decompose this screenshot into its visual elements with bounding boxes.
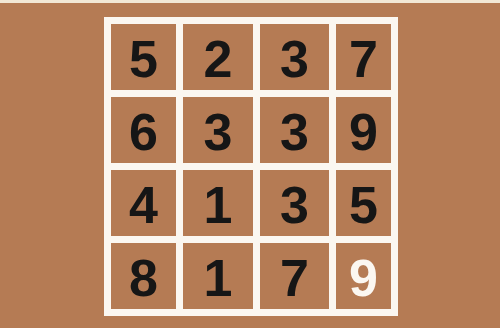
cell-r4c1: 8 bbox=[111, 243, 176, 309]
cell-r2c2: 3 bbox=[183, 97, 253, 163]
cell-r3c3: 3 bbox=[260, 170, 329, 236]
cell-r2c3: 3 bbox=[260, 97, 329, 163]
puzzle-board: 5 2 3 7 6 3 3 9 4 1 3 5 8 1 7 9 bbox=[104, 17, 398, 316]
cell-r3c4: 5 bbox=[336, 170, 391, 236]
cell-r4c3: 7 bbox=[260, 243, 329, 309]
cell-r2c1: 6 bbox=[111, 97, 176, 163]
cell-r4c4: 9 bbox=[336, 243, 391, 309]
cell-r2c4: 9 bbox=[336, 97, 391, 163]
cell-r1c1: 5 bbox=[111, 24, 176, 90]
cell-r3c2: 1 bbox=[183, 170, 253, 236]
puzzle-background: 5 2 3 7 6 3 3 9 4 1 3 5 8 1 7 9 bbox=[0, 0, 500, 328]
cell-r1c4: 7 bbox=[336, 24, 391, 90]
cell-r1c2: 2 bbox=[183, 24, 253, 90]
cell-r4c2: 1 bbox=[183, 243, 253, 309]
top-edge-strip bbox=[0, 0, 500, 3]
cell-r1c3: 3 bbox=[260, 24, 329, 90]
cell-r3c1: 4 bbox=[111, 170, 176, 236]
